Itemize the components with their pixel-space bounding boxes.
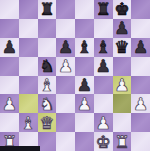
square-c1[interactable]	[38, 132, 57, 151]
piece-white-pawn[interactable]: ♟	[114, 76, 129, 94]
piece-black-pawn[interactable]: ♟	[58, 38, 73, 56]
square-h1[interactable]	[131, 132, 150, 151]
square-g3[interactable]	[113, 94, 132, 113]
square-e7[interactable]	[75, 19, 94, 38]
square-d7[interactable]	[56, 19, 75, 38]
square-b4[interactable]	[19, 76, 38, 95]
square-a5[interactable]	[0, 57, 19, 76]
square-h3[interactable]: ♟	[131, 94, 150, 113]
piece-black-knight[interactable]: ♞	[39, 57, 54, 75]
piece-black-rook[interactable]: ♜	[39, 0, 54, 18]
square-g2[interactable]	[113, 113, 132, 132]
piece-white-king[interactable]: ♚	[96, 132, 111, 150]
square-g6[interactable]: ♛	[113, 38, 132, 57]
square-f8[interactable]: ♜	[94, 0, 113, 19]
square-e5[interactable]	[75, 57, 94, 76]
taskbar-fragment	[0, 146, 40, 151]
square-e4[interactable]: ♟	[75, 76, 94, 95]
piece-black-pawn[interactable]: ♟	[133, 38, 148, 56]
square-f7[interactable]	[94, 19, 113, 38]
square-h6[interactable]: ♟	[131, 38, 150, 57]
piece-white-bishop[interactable]: ♝	[21, 113, 36, 131]
square-h8[interactable]	[131, 0, 150, 19]
square-g1[interactable]: ♜	[113, 132, 132, 151]
square-d1[interactable]	[56, 132, 75, 151]
piece-white-bishop[interactable]: ♝	[39, 76, 54, 94]
piece-white-knight[interactable]: ♞	[39, 94, 54, 112]
square-d2[interactable]	[56, 113, 75, 132]
square-h4[interactable]	[131, 76, 150, 95]
square-g5[interactable]	[113, 57, 132, 76]
piece-black-queen[interactable]: ♛	[114, 38, 129, 56]
piece-white-pawn[interactable]: ♟	[77, 94, 92, 112]
square-a6[interactable]: ♟	[0, 38, 19, 57]
piece-black-bishop[interactable]: ♝	[96, 38, 111, 56]
square-e3[interactable]: ♟	[75, 94, 94, 113]
piece-black-rook[interactable]: ♜	[96, 0, 111, 18]
square-a8[interactable]	[0, 0, 19, 19]
square-e6[interactable]: ♝	[75, 38, 94, 57]
piece-black-pawn[interactable]: ♟	[114, 19, 129, 37]
piece-white-pawn[interactable]: ♟	[2, 94, 17, 112]
piece-white-rook[interactable]: ♜	[114, 132, 129, 150]
square-b5[interactable]	[19, 57, 38, 76]
piece-black-pawn[interactable]: ♟	[96, 57, 111, 75]
square-b3[interactable]	[19, 94, 38, 113]
square-e8[interactable]	[75, 0, 94, 19]
piece-white-pawn[interactable]: ♟	[96, 113, 111, 131]
piece-white-queen[interactable]: ♛	[39, 113, 54, 131]
square-b8[interactable]	[19, 0, 38, 19]
square-c3[interactable]: ♞	[38, 94, 57, 113]
square-c2[interactable]: ♛	[38, 113, 57, 132]
square-c5[interactable]: ♞	[38, 57, 57, 76]
square-a3[interactable]: ♟	[0, 94, 19, 113]
square-b7[interactable]	[19, 19, 38, 38]
square-c7[interactable]	[38, 19, 57, 38]
square-c6[interactable]	[38, 38, 57, 57]
square-d4[interactable]	[56, 76, 75, 95]
square-d6[interactable]: ♟	[56, 38, 75, 57]
square-f4[interactable]	[94, 76, 113, 95]
square-d3[interactable]	[56, 94, 75, 113]
square-g4[interactable]: ♟	[113, 76, 132, 95]
square-f6[interactable]: ♝	[94, 38, 113, 57]
square-f2[interactable]: ♟	[94, 113, 113, 132]
square-a7[interactable]	[0, 19, 19, 38]
square-g7[interactable]: ♟	[113, 19, 132, 38]
piece-black-king[interactable]: ♚	[114, 0, 129, 18]
square-c8[interactable]: ♜	[38, 0, 57, 19]
piece-black-pawn[interactable]: ♟	[2, 38, 17, 56]
square-d5[interactable]: ♟	[56, 57, 75, 76]
square-b2[interactable]: ♝	[19, 113, 38, 132]
piece-black-pawn[interactable]: ♟	[77, 76, 92, 94]
square-f5[interactable]: ♟	[94, 57, 113, 76]
square-a4[interactable]	[0, 76, 19, 95]
square-e1[interactable]	[75, 132, 94, 151]
square-a2[interactable]	[0, 113, 19, 132]
square-b6[interactable]	[19, 38, 38, 57]
square-g8[interactable]: ♚	[113, 0, 132, 19]
square-h5[interactable]	[131, 57, 150, 76]
square-d8[interactable]	[56, 0, 75, 19]
square-h7[interactable]	[131, 19, 150, 38]
piece-black-bishop[interactable]: ♝	[77, 38, 92, 56]
square-h2[interactable]	[131, 113, 150, 132]
square-c4[interactable]: ♝	[38, 76, 57, 95]
piece-white-pawn[interactable]: ♟	[58, 57, 73, 75]
piece-white-pawn[interactable]: ♟	[133, 94, 148, 112]
chess-board[interactable]: ♜♜♚♟♟♟♝♝♛♟♞♟♟♝♟♟♟♞♟♟♝♛♟♜♚♜	[0, 0, 150, 151]
square-f3[interactable]	[94, 94, 113, 113]
square-e2[interactable]	[75, 113, 94, 132]
square-f1[interactable]: ♚	[94, 132, 113, 151]
